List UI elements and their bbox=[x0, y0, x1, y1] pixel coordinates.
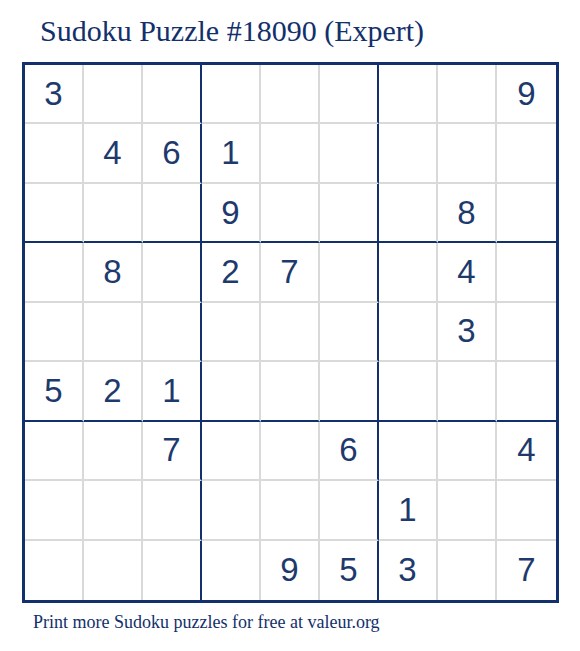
sudoku-cell-r7c8[interactable] bbox=[438, 422, 497, 481]
sudoku-cell-r4c2[interactable]: 8 bbox=[84, 243, 143, 302]
sudoku-cell-r5c9[interactable] bbox=[497, 303, 556, 362]
sudoku-cell-r4c6[interactable] bbox=[320, 243, 379, 302]
sudoku-cell-r6c1[interactable]: 5 bbox=[25, 362, 84, 421]
sudoku-cell-r2c5[interactable] bbox=[261, 124, 320, 183]
sudoku-cell-r5c1[interactable] bbox=[25, 303, 84, 362]
sudoku-cell-r6c9[interactable] bbox=[497, 362, 556, 421]
sudoku-cell-r5c4[interactable] bbox=[202, 303, 261, 362]
sudoku-cell-r6c5[interactable] bbox=[261, 362, 320, 421]
sudoku-cell-r3c9[interactable] bbox=[497, 184, 556, 243]
sudoku-cell-r8c9[interactable] bbox=[497, 481, 556, 540]
sudoku-cell-r7c6[interactable]: 6 bbox=[320, 422, 379, 481]
sudoku-cell-r5c5[interactable] bbox=[261, 303, 320, 362]
sudoku-cell-r9c3[interactable] bbox=[143, 541, 202, 600]
sudoku-cell-r1c4[interactable] bbox=[202, 65, 261, 124]
sudoku-cell-r3c7[interactable] bbox=[379, 184, 438, 243]
sudoku-cell-r8c5[interactable] bbox=[261, 481, 320, 540]
sudoku-cell-r2c2[interactable]: 4 bbox=[84, 124, 143, 183]
sudoku-cell-r7c5[interactable] bbox=[261, 422, 320, 481]
sudoku-cell-r2c6[interactable] bbox=[320, 124, 379, 183]
page-title: Sudoku Puzzle #18090 (Expert) bbox=[40, 14, 424, 48]
sudoku-cell-r5c2[interactable] bbox=[84, 303, 143, 362]
sudoku-cell-r2c8[interactable] bbox=[438, 124, 497, 183]
sudoku-cell-r2c4[interactable]: 1 bbox=[202, 124, 261, 183]
sudoku-cell-r8c1[interactable] bbox=[25, 481, 84, 540]
sudoku-cell-r7c3[interactable]: 7 bbox=[143, 422, 202, 481]
sudoku-cell-r6c6[interactable] bbox=[320, 362, 379, 421]
sudoku-cell-r9c2[interactable] bbox=[84, 541, 143, 600]
sudoku-cell-r9c6[interactable]: 5 bbox=[320, 541, 379, 600]
footer-text: Print more Sudoku puzzles for free at va… bbox=[33, 612, 380, 633]
sudoku-cell-r1c2[interactable] bbox=[84, 65, 143, 124]
sudoku-cell-r6c2[interactable]: 2 bbox=[84, 362, 143, 421]
sudoku-cell-r5c7[interactable] bbox=[379, 303, 438, 362]
sudoku-cell-r9c1[interactable] bbox=[25, 541, 84, 600]
sudoku-cell-r3c2[interactable] bbox=[84, 184, 143, 243]
sudoku-cell-r2c7[interactable] bbox=[379, 124, 438, 183]
sudoku-cell-r5c8[interactable]: 3 bbox=[438, 303, 497, 362]
sudoku-cell-r8c6[interactable] bbox=[320, 481, 379, 540]
sudoku-cell-r3c3[interactable] bbox=[143, 184, 202, 243]
sudoku-cell-r8c4[interactable] bbox=[202, 481, 261, 540]
sudoku-cell-r1c7[interactable] bbox=[379, 65, 438, 124]
sudoku-cell-r7c4[interactable] bbox=[202, 422, 261, 481]
sudoku-cell-r1c8[interactable] bbox=[438, 65, 497, 124]
sudoku-cell-r1c5[interactable] bbox=[261, 65, 320, 124]
sudoku-cell-r3c1[interactable] bbox=[25, 184, 84, 243]
sudoku-cell-r3c4[interactable]: 9 bbox=[202, 184, 261, 243]
sudoku-cell-r4c4[interactable]: 2 bbox=[202, 243, 261, 302]
sudoku-cell-r2c3[interactable]: 6 bbox=[143, 124, 202, 183]
sudoku-cell-r9c9[interactable]: 7 bbox=[497, 541, 556, 600]
sudoku-board: 39461988274352176419537 bbox=[22, 62, 559, 603]
sudoku-cell-r2c1[interactable] bbox=[25, 124, 84, 183]
sudoku-cell-r4c3[interactable] bbox=[143, 243, 202, 302]
sudoku-cell-r7c1[interactable] bbox=[25, 422, 84, 481]
sudoku-cell-r3c6[interactable] bbox=[320, 184, 379, 243]
sudoku-cell-r4c1[interactable] bbox=[25, 243, 84, 302]
sudoku-cell-r9c5[interactable]: 9 bbox=[261, 541, 320, 600]
sudoku-cell-r5c3[interactable] bbox=[143, 303, 202, 362]
sudoku-cell-r3c5[interactable] bbox=[261, 184, 320, 243]
sudoku-cell-r7c2[interactable] bbox=[84, 422, 143, 481]
sudoku-cell-r8c7[interactable]: 1 bbox=[379, 481, 438, 540]
sudoku-cell-r4c7[interactable] bbox=[379, 243, 438, 302]
sudoku-cell-r8c8[interactable] bbox=[438, 481, 497, 540]
sudoku-cell-r6c8[interactable] bbox=[438, 362, 497, 421]
sudoku-cell-r9c4[interactable] bbox=[202, 541, 261, 600]
sudoku-cell-r6c7[interactable] bbox=[379, 362, 438, 421]
sudoku-cell-r1c6[interactable] bbox=[320, 65, 379, 124]
sudoku-cell-r8c3[interactable] bbox=[143, 481, 202, 540]
sudoku-cell-r9c8[interactable] bbox=[438, 541, 497, 600]
sudoku-cell-r6c4[interactable] bbox=[202, 362, 261, 421]
sudoku-cell-r4c8[interactable]: 4 bbox=[438, 243, 497, 302]
sudoku-cell-r2c9[interactable] bbox=[497, 124, 556, 183]
sudoku-cell-r7c7[interactable] bbox=[379, 422, 438, 481]
sudoku-cell-r8c2[interactable] bbox=[84, 481, 143, 540]
sudoku-cell-r1c3[interactable] bbox=[143, 65, 202, 124]
sudoku-cell-r9c7[interactable]: 3 bbox=[379, 541, 438, 600]
sudoku-cell-r3c8[interactable]: 8 bbox=[438, 184, 497, 243]
sudoku-cell-r1c1[interactable]: 3 bbox=[25, 65, 84, 124]
sudoku-cell-r1c9[interactable]: 9 bbox=[497, 65, 556, 124]
sudoku-cell-r6c3[interactable]: 1 bbox=[143, 362, 202, 421]
sudoku-cell-r4c5[interactable]: 7 bbox=[261, 243, 320, 302]
sudoku-cell-r7c9[interactable]: 4 bbox=[497, 422, 556, 481]
sudoku-cell-r4c9[interactable] bbox=[497, 243, 556, 302]
sudoku-cell-r5c6[interactable] bbox=[320, 303, 379, 362]
